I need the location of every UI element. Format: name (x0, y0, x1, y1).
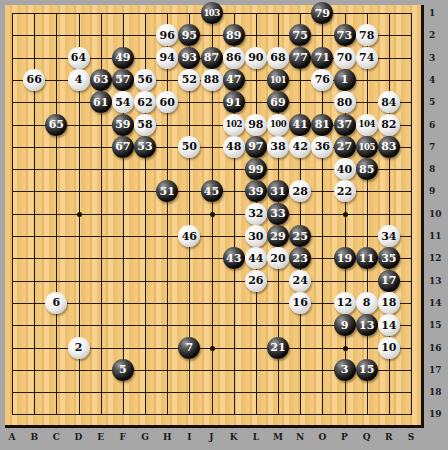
go-board[interactable]: 1037996958975737864499493878690687771707… (5, 5, 424, 428)
star-point (210, 346, 215, 351)
stone-50[interactable]: 50 (178, 136, 200, 158)
row-label-19: 19 (429, 408, 448, 420)
stone-9[interactable]: 9 (334, 314, 356, 336)
stone-5[interactable]: 5 (112, 359, 134, 381)
stone-79[interactable]: 79 (311, 2, 333, 24)
stone-95[interactable]: 95 (178, 24, 200, 46)
stone-94[interactable]: 94 (156, 47, 178, 69)
row-label-8: 8 (429, 163, 448, 175)
stone-88[interactable]: 88 (201, 69, 223, 91)
row-label-4: 4 (429, 74, 448, 86)
stone-36[interactable]: 36 (311, 136, 333, 158)
stone-34[interactable]: 34 (378, 225, 400, 247)
stone-54[interactable]: 54 (112, 91, 134, 113)
column-label-Q: Q (360, 431, 374, 443)
stone-67[interactable]: 67 (112, 136, 134, 158)
stone-18[interactable]: 18 (378, 292, 400, 314)
column-label-B: B (27, 431, 41, 443)
column-label-K: K (227, 431, 241, 443)
row-label-11: 11 (429, 230, 448, 242)
stone-46[interactable]: 46 (178, 225, 200, 247)
stone-60[interactable]: 60 (156, 91, 178, 113)
stone-105[interactable]: 105 (356, 136, 378, 158)
stone-17[interactable]: 17 (378, 270, 400, 292)
stone-16[interactable]: 16 (289, 292, 311, 314)
star-point (343, 346, 348, 351)
stone-56[interactable]: 56 (134, 69, 156, 91)
grid-hline (12, 392, 412, 393)
star-point (77, 212, 82, 217)
column-label-S: S (404, 431, 418, 443)
column-label-C: C (49, 431, 63, 443)
stone-27[interactable]: 27 (334, 136, 356, 158)
row-label-7: 7 (429, 141, 448, 153)
stone-99[interactable]: 99 (245, 158, 267, 180)
stone-33[interactable]: 33 (267, 203, 289, 225)
stone-11[interactable]: 11 (356, 247, 378, 269)
stone-30[interactable]: 30 (245, 225, 267, 247)
stone-101[interactable]: 101 (267, 69, 289, 91)
row-label-9: 9 (429, 185, 448, 197)
column-label-D: D (72, 431, 86, 443)
stone-87[interactable]: 87 (201, 47, 223, 69)
stone-63[interactable]: 63 (90, 69, 112, 91)
row-label-14: 14 (429, 297, 448, 309)
stone-35[interactable]: 35 (378, 247, 400, 269)
column-label-M: M (271, 431, 285, 443)
stone-69[interactable]: 69 (267, 91, 289, 113)
stone-102[interactable]: 102 (223, 114, 245, 136)
stone-53[interactable]: 53 (134, 136, 156, 158)
column-label-E: E (94, 431, 108, 443)
stone-13[interactable]: 13 (356, 314, 378, 336)
stone-20[interactable]: 20 (267, 247, 289, 269)
row-label-1: 1 (429, 7, 448, 19)
grid-hline (12, 414, 412, 415)
stone-21[interactable]: 21 (267, 337, 289, 359)
column-label-F: F (116, 431, 130, 443)
stone-32[interactable]: 32 (245, 203, 267, 225)
stone-104[interactable]: 104 (356, 114, 378, 136)
grid-hline (12, 236, 412, 237)
row-label-13: 13 (429, 275, 448, 287)
stone-98[interactable]: 98 (245, 114, 267, 136)
stone-52[interactable]: 52 (178, 69, 200, 91)
stone-78[interactable]: 78 (356, 24, 378, 46)
stone-96[interactable]: 96 (156, 24, 178, 46)
stone-91[interactable]: 91 (223, 91, 245, 113)
stone-100[interactable]: 100 (267, 114, 289, 136)
column-label-I: I (182, 431, 196, 443)
column-label-P: P (338, 431, 352, 443)
star-point (343, 212, 348, 217)
row-label-17: 17 (429, 364, 448, 376)
stone-68[interactable]: 68 (267, 47, 289, 69)
stone-26[interactable]: 26 (245, 270, 267, 292)
stone-84[interactable]: 84 (378, 91, 400, 113)
stone-76[interactable]: 76 (311, 69, 333, 91)
stone-74[interactable]: 74 (356, 47, 378, 69)
stone-70[interactable]: 70 (334, 47, 356, 69)
stone-7[interactable]: 7 (178, 337, 200, 359)
column-label-H: H (160, 431, 174, 443)
stone-25[interactable]: 25 (289, 225, 311, 247)
stone-45[interactable]: 45 (201, 180, 223, 202)
stone-39[interactable]: 39 (245, 180, 267, 202)
stone-47[interactable]: 47 (223, 69, 245, 91)
stone-43[interactable]: 43 (223, 247, 245, 269)
stone-22[interactable]: 22 (334, 180, 356, 202)
stone-2[interactable]: 2 (68, 337, 90, 359)
stone-51[interactable]: 51 (156, 180, 178, 202)
grid-vline (411, 13, 412, 415)
stone-24[interactable]: 24 (289, 270, 311, 292)
column-label-N: N (293, 431, 307, 443)
grid-hline (12, 281, 412, 282)
go-kifu-diagram: 1037996958975737864499493878690687771707… (0, 0, 448, 450)
stone-49[interactable]: 49 (112, 47, 134, 69)
stone-97[interactable]: 97 (245, 136, 267, 158)
stone-77[interactable]: 77 (289, 47, 311, 69)
stone-93[interactable]: 93 (178, 47, 200, 69)
row-label-10: 10 (429, 208, 448, 220)
stone-85[interactable]: 85 (356, 158, 378, 180)
grid-vline (300, 13, 301, 415)
row-label-6: 6 (429, 119, 448, 131)
row-label-15: 15 (429, 319, 448, 331)
stone-10[interactable]: 10 (378, 337, 400, 359)
stone-12[interactable]: 12 (334, 292, 356, 314)
stone-81[interactable]: 81 (311, 114, 333, 136)
stone-4[interactable]: 4 (68, 69, 90, 91)
stone-3[interactable]: 3 (334, 359, 356, 381)
stone-58[interactable]: 58 (134, 114, 156, 136)
stone-40[interactable]: 40 (334, 158, 356, 180)
stone-44[interactable]: 44 (245, 247, 267, 269)
column-label-J: J (205, 431, 219, 443)
stone-41[interactable]: 41 (289, 114, 311, 136)
stone-66[interactable]: 66 (23, 69, 45, 91)
stone-48[interactable]: 48 (223, 136, 245, 158)
stone-71[interactable]: 71 (311, 47, 333, 69)
column-label-A: A (5, 431, 19, 443)
stone-59[interactable]: 59 (112, 114, 134, 136)
stone-64[interactable]: 64 (68, 47, 90, 69)
stone-14[interactable]: 14 (378, 314, 400, 336)
row-label-5: 5 (429, 96, 448, 108)
stone-37[interactable]: 37 (334, 114, 356, 136)
column-label-L: L (249, 431, 263, 443)
stone-86[interactable]: 86 (223, 47, 245, 69)
column-label-R: R (382, 431, 396, 443)
stone-90[interactable]: 90 (245, 47, 267, 69)
row-label-16: 16 (429, 342, 448, 354)
stone-65[interactable]: 65 (45, 114, 67, 136)
stone-89[interactable]: 89 (223, 24, 245, 46)
stone-75[interactable]: 75 (289, 24, 311, 46)
stone-57[interactable]: 57 (112, 69, 134, 91)
star-point (210, 212, 215, 217)
row-label-3: 3 (429, 52, 448, 64)
column-label-O: O (315, 431, 329, 443)
row-label-2: 2 (429, 29, 448, 41)
column-label-G: G (138, 431, 152, 443)
stone-83[interactable]: 83 (378, 136, 400, 158)
stone-73[interactable]: 73 (334, 24, 356, 46)
stone-28[interactable]: 28 (289, 180, 311, 202)
stone-62[interactable]: 62 (134, 91, 156, 113)
stone-1[interactable]: 1 (334, 69, 356, 91)
stone-61[interactable]: 61 (90, 91, 112, 113)
stone-82[interactable]: 82 (378, 114, 400, 136)
stone-80[interactable]: 80 (334, 91, 356, 113)
stone-15[interactable]: 15 (356, 359, 378, 381)
stone-29[interactable]: 29 (267, 225, 289, 247)
stone-19[interactable]: 19 (334, 247, 356, 269)
stone-23[interactable]: 23 (289, 247, 311, 269)
stone-31[interactable]: 31 (267, 180, 289, 202)
stone-38[interactable]: 38 (267, 136, 289, 158)
stone-6[interactable]: 6 (45, 292, 67, 314)
row-label-18: 18 (429, 386, 448, 398)
stone-8[interactable]: 8 (356, 292, 378, 314)
stone-103[interactable]: 103 (201, 2, 223, 24)
row-label-12: 12 (429, 252, 448, 264)
grid-vline (367, 13, 368, 415)
stone-42[interactable]: 42 (289, 136, 311, 158)
